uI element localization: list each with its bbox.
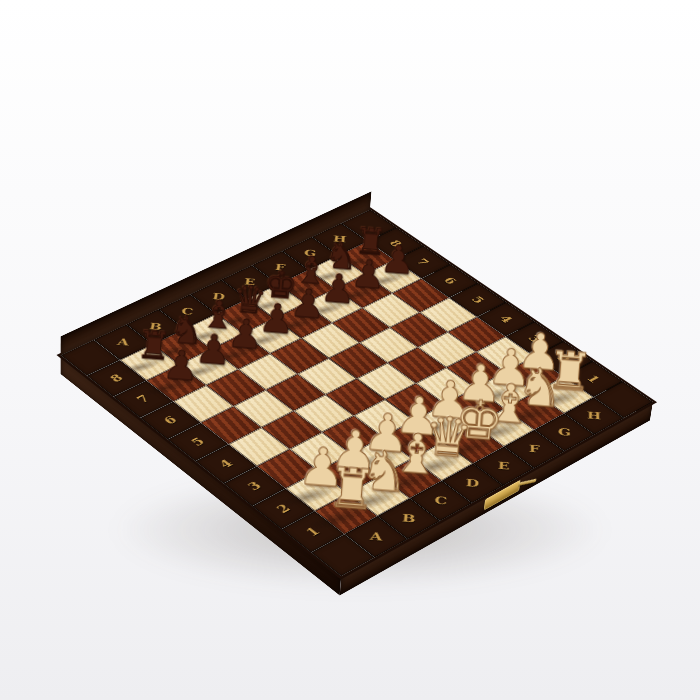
photo-stage: ABCDEFGH8877665544332211ABCDEFGH ♜♞♝♛♚♝♞… — [0, 0, 700, 700]
brass-clasp-pin-icon — [518, 479, 537, 486]
square-a7 — [146, 365, 206, 402]
board-plane: ABCDEFGH8877665544332211ABCDEFGH ♜♞♝♛♚♝♞… — [61, 210, 653, 577]
square-f4 — [388, 347, 447, 383]
board-scene: ABCDEFGH8877665544332211ABCDEFGH ♜♞♝♛♚♝♞… — [0, 0, 700, 700]
square-f6 — [332, 308, 390, 343]
frame-label-text: H — [319, 226, 360, 252]
